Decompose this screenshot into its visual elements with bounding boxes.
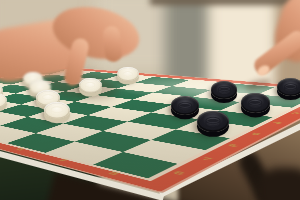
black-checker-glyph: ⛂ (197, 111, 229, 132)
right-index-finger (251, 28, 300, 78)
left-hand-back (48, 0, 144, 67)
black-checker-g7[interactable]: ⛂ (211, 81, 237, 99)
black-checker-glyph: ⛂ (277, 78, 300, 96)
reflected-hand-shadow (236, 149, 281, 200)
black-checker-glyph: ⛂ (241, 93, 270, 113)
background-topleft (0, 0, 120, 63)
black-checker-glyph: ⛂ (211, 81, 237, 99)
white-checker-e3[interactable]: ⛀ (44, 102, 70, 120)
white-checker-glyph: ⛀ (117, 67, 138, 81)
white-checker-glyph: ⛀ (44, 102, 70, 120)
background-topmid (95, 0, 185, 73)
black-checker-h6[interactable]: ⛂ (241, 93, 270, 113)
white-checker-d8[interactable]: ⛀ (117, 67, 138, 81)
black-checker-h4[interactable]: ⛂ (197, 111, 229, 132)
black-checker-h8[interactable]: ⛂ (277, 78, 300, 96)
white-checker-d6[interactable]: ⛀ (79, 78, 101, 93)
left-middle-finger (102, 25, 123, 63)
black-checker-glyph: ⛂ (171, 96, 199, 115)
reflected-hand-blob (258, 168, 300, 200)
white-checker-c3[interactable]: ⛀ (0, 93, 7, 109)
right-fingertip-highlight (256, 63, 272, 77)
right-hand-edge (268, 0, 300, 67)
checkers-scene: 1234567812345678 ⛀⛂⛂⛀⛀⛂⛀⛂⛀⛀⛂⛀⛀ (0, 0, 300, 200)
white-checker-glyph: ⛀ (79, 78, 101, 93)
black-checker-g5[interactable]: ⛂ (171, 96, 199, 115)
background-top-dark-strip (150, 0, 300, 5)
white-checker-glyph: ⛀ (0, 93, 7, 109)
